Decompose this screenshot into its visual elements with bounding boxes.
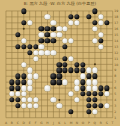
black-stone xyxy=(33,44,38,49)
black-stone xyxy=(86,97,91,102)
white-stone xyxy=(92,109,97,114)
white-stone xyxy=(51,32,56,37)
black-stone xyxy=(45,26,50,31)
black-stone xyxy=(21,80,26,85)
row-label: 1 xyxy=(114,115,120,121)
white-stone xyxy=(33,97,38,102)
white-stone xyxy=(98,20,103,25)
black-stone xyxy=(57,80,62,85)
black-stone xyxy=(86,15,91,20)
black-stone xyxy=(27,44,32,49)
black-stone xyxy=(86,109,91,114)
black-stone xyxy=(92,92,97,97)
black-stone xyxy=(57,62,62,67)
white-stone xyxy=(57,32,62,37)
black-stone xyxy=(15,86,20,91)
black-stone xyxy=(92,97,97,102)
white-stone xyxy=(21,38,26,43)
black-stone xyxy=(51,80,56,85)
black-stone xyxy=(74,68,79,73)
white-stone xyxy=(74,97,79,102)
black-stone xyxy=(45,38,50,43)
black-stone xyxy=(63,56,68,61)
white-stone xyxy=(27,103,32,108)
white-stone xyxy=(86,68,91,73)
black-stone xyxy=(51,38,56,43)
white-stone xyxy=(45,50,50,55)
white-stone xyxy=(92,68,97,73)
white-stone xyxy=(39,50,44,55)
white-stone xyxy=(27,68,32,73)
column-labels: ABCDEFGHJKLMNOPQRST xyxy=(3,120,116,126)
white-stone xyxy=(63,38,68,43)
black-stone xyxy=(92,74,97,79)
white-stone xyxy=(86,86,91,91)
white-stone xyxy=(63,80,68,85)
white-stone xyxy=(98,44,103,49)
black-stone xyxy=(9,80,14,85)
black-stone xyxy=(9,97,14,102)
white-stone xyxy=(57,26,62,31)
black-stone xyxy=(57,68,62,73)
white-stone xyxy=(98,15,103,20)
white-stone xyxy=(80,74,85,79)
white-stone xyxy=(63,26,68,31)
black-stone xyxy=(39,26,44,31)
black-stone xyxy=(86,74,91,79)
black-stone xyxy=(15,80,20,85)
white-stone xyxy=(45,86,50,91)
white-stone xyxy=(27,97,32,102)
white-stone xyxy=(86,80,91,85)
black-stone xyxy=(45,32,50,37)
black-stone xyxy=(39,38,44,43)
row-labels: 19181716151413121110987654321 xyxy=(114,8,120,121)
black-stone xyxy=(92,9,97,14)
white-stone xyxy=(104,92,109,97)
black-stone xyxy=(92,103,97,108)
black-stone xyxy=(92,20,97,25)
white-stone xyxy=(21,97,26,102)
black-stone xyxy=(98,86,103,91)
white-stone xyxy=(21,103,26,108)
white-stone xyxy=(33,74,38,79)
black-stone xyxy=(15,74,20,79)
white-stone xyxy=(9,92,14,97)
black-stone xyxy=(15,97,20,102)
black-stone xyxy=(86,103,91,108)
white-stone xyxy=(104,103,109,108)
white-stone xyxy=(33,50,38,55)
black-stone xyxy=(68,15,73,20)
white-stone xyxy=(15,92,20,97)
black-stone xyxy=(98,103,103,108)
white-stone xyxy=(68,92,73,97)
white-stone xyxy=(92,38,97,43)
black-stone xyxy=(68,109,73,114)
black-stone xyxy=(98,38,103,43)
white-stone xyxy=(98,32,103,37)
black-stone xyxy=(80,68,85,73)
white-stone xyxy=(74,86,79,91)
white-stone xyxy=(68,56,73,61)
white-stone xyxy=(27,20,32,25)
white-stone xyxy=(33,56,38,61)
game-info-header: B: 黑方 九段 ·W: 白方 九段 (白中盘胜) xyxy=(0,0,120,8)
white-stone xyxy=(68,20,73,25)
black-stone xyxy=(51,26,56,31)
black-stone xyxy=(80,80,85,85)
white-stone xyxy=(33,103,38,108)
white-stone xyxy=(51,97,56,102)
black-stone xyxy=(21,20,26,25)
white-stone xyxy=(39,32,44,37)
white-stone xyxy=(92,26,97,31)
black-stone xyxy=(104,86,109,91)
white-stone xyxy=(51,50,56,55)
white-stone xyxy=(92,86,97,91)
white-stone xyxy=(74,80,79,85)
black-stone xyxy=(9,86,14,91)
black-stone xyxy=(21,44,26,49)
black-stone xyxy=(98,92,103,97)
black-stone xyxy=(63,62,68,67)
black-stone xyxy=(27,50,32,55)
black-stone xyxy=(57,74,62,79)
black-stone xyxy=(21,74,26,79)
white-stone xyxy=(45,15,50,20)
white-stone xyxy=(27,86,32,91)
white-stone xyxy=(21,62,26,67)
black-stone xyxy=(80,86,85,91)
black-stone xyxy=(15,32,20,37)
black-stone xyxy=(80,62,85,67)
black-stone xyxy=(74,62,79,67)
black-stone xyxy=(51,74,56,79)
black-stone xyxy=(104,20,109,25)
white-stone xyxy=(74,20,79,25)
white-stone xyxy=(39,44,44,49)
white-stone xyxy=(51,20,56,25)
black-stone xyxy=(15,103,20,108)
black-stone xyxy=(63,68,68,73)
black-stone xyxy=(15,44,20,49)
white-stone xyxy=(27,80,32,85)
white-stone xyxy=(21,92,26,97)
black-stone xyxy=(63,44,68,49)
go-board-grid[interactable] xyxy=(3,8,116,121)
black-stone xyxy=(74,15,79,20)
black-stone xyxy=(68,68,73,73)
white-stone xyxy=(68,38,73,43)
white-stone xyxy=(27,74,32,79)
black-stone xyxy=(80,92,85,97)
white-stone xyxy=(92,80,97,85)
black-stone xyxy=(86,92,91,97)
white-stone xyxy=(21,86,26,91)
black-stone xyxy=(21,9,26,14)
white-stone xyxy=(57,103,62,108)
